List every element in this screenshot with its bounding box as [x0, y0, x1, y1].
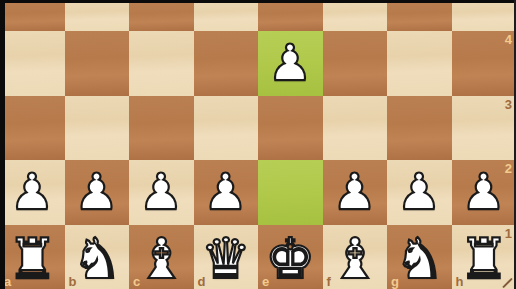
square-b3[interactable]	[65, 96, 130, 161]
square-d4[interactable]	[194, 31, 259, 96]
square-f3[interactable]	[323, 96, 388, 161]
square-a3[interactable]	[0, 96, 65, 161]
square-d1[interactable]: ♛d	[194, 225, 259, 289]
white-pawn-f2[interactable]: ♟	[323, 160, 388, 225]
square-c3[interactable]	[129, 96, 194, 161]
square-g2[interactable]: ♟	[387, 160, 452, 225]
square-e5[interactable]	[258, 0, 323, 31]
white-pawn-e4[interactable]: ♟	[258, 31, 323, 96]
square-c5[interactable]	[129, 0, 194, 31]
square-b1[interactable]: ♞b	[65, 225, 130, 289]
white-pawn-a2[interactable]: ♟	[0, 160, 65, 225]
rank-label-3: 3	[505, 98, 512, 111]
white-bishop-f1[interactable]: ♝	[323, 225, 388, 289]
white-queen-d1[interactable]: ♛	[194, 225, 259, 289]
square-c2[interactable]: ♟	[129, 160, 194, 225]
square-g1[interactable]: ♞g	[387, 225, 452, 289]
square-g4[interactable]	[387, 31, 452, 96]
board-grid: ♟43♟♟♟♟♟♟♟2♜a♞b♝c♛d♚e♝f♞g♜h1	[0, 0, 516, 289]
square-c4[interactable]	[129, 31, 194, 96]
square-b5[interactable]	[65, 0, 130, 31]
square-h3[interactable]: 3	[452, 96, 516, 161]
square-g5[interactable]	[387, 0, 452, 31]
square-c1[interactable]: ♝c	[129, 225, 194, 289]
letterbox-top-bar	[0, 0, 516, 3]
white-pawn-d2[interactable]: ♟	[194, 160, 259, 225]
square-h1[interactable]: ♜h1	[452, 225, 516, 289]
square-f1[interactable]: ♝f	[323, 225, 388, 289]
square-h2[interactable]: ♟2	[452, 160, 516, 225]
square-f5[interactable]	[323, 0, 388, 31]
rank-label-4: 4	[505, 33, 512, 46]
square-a5[interactable]	[0, 0, 65, 31]
square-g3[interactable]	[387, 96, 452, 161]
white-rook-h1[interactable]: ♜	[452, 225, 516, 289]
white-rook-a1[interactable]: ♜	[0, 225, 65, 289]
square-f2[interactable]: ♟	[323, 160, 388, 225]
white-bishop-c1[interactable]: ♝	[129, 225, 194, 289]
white-pawn-h2[interactable]: ♟	[452, 160, 516, 225]
square-e1[interactable]: ♚e	[258, 225, 323, 289]
white-pawn-c2[interactable]: ♟	[129, 160, 194, 225]
square-h4[interactable]: 4	[452, 31, 516, 96]
square-e3[interactable]	[258, 96, 323, 161]
square-d2[interactable]: ♟	[194, 160, 259, 225]
square-b2[interactable]: ♟	[65, 160, 130, 225]
chess-board-frame: ♟43♟♟♟♟♟♟♟2♜a♞b♝c♛d♚e♝f♞g♜h1	[0, 0, 516, 289]
white-knight-g1[interactable]: ♞	[387, 225, 452, 289]
square-d3[interactable]	[194, 96, 259, 161]
square-h5[interactable]	[452, 0, 516, 31]
square-a4[interactable]	[0, 31, 65, 96]
white-pawn-g2[interactable]: ♟	[387, 160, 452, 225]
square-d5[interactable]	[194, 0, 259, 31]
white-pawn-b2[interactable]: ♟	[65, 160, 130, 225]
square-f4[interactable]	[323, 31, 388, 96]
square-a1[interactable]: ♜a	[0, 225, 65, 289]
white-king-e1[interactable]: ♚	[258, 225, 323, 289]
square-a2[interactable]: ♟	[0, 160, 65, 225]
letterbox-left-bar	[0, 0, 5, 289]
square-e4[interactable]: ♟	[258, 31, 323, 96]
white-knight-b1[interactable]: ♞	[65, 225, 130, 289]
square-b4[interactable]	[65, 31, 130, 96]
square-e2[interactable]	[258, 160, 323, 225]
